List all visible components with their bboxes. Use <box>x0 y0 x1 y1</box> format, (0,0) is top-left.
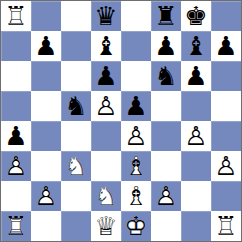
square-c4[interactable] <box>61 121 91 151</box>
white-piece-outline: ♙ <box>151 181 181 211</box>
square-d6[interactable]: ♟ <box>91 61 121 91</box>
square-e5[interactable]: ♟ <box>121 91 151 121</box>
square-a2[interactable] <box>1 181 31 211</box>
piece-bQ-d8[interactable]: ♛ <box>91 1 121 31</box>
piece-wN-d2[interactable]: ♞♘ <box>91 181 121 211</box>
piece-wP-a3[interactable]: ♟♙ <box>1 151 31 181</box>
square-d4[interactable] <box>91 121 121 151</box>
piece-wQ-d1[interactable]: ♛♕ <box>91 211 121 241</box>
square-a1[interactable]: ♜♖ <box>1 211 31 241</box>
piece-bN-f6[interactable]: ♞ <box>151 61 181 91</box>
piece-bP-f7[interactable]: ♟ <box>151 31 181 61</box>
square-b1[interactable] <box>31 211 61 241</box>
square-f6[interactable]: ♞ <box>151 61 181 91</box>
square-f5[interactable] <box>151 91 181 121</box>
square-e1[interactable]: ♚♔ <box>121 211 151 241</box>
square-c2[interactable] <box>61 181 91 211</box>
square-g3[interactable] <box>181 151 211 181</box>
square-b8[interactable] <box>31 1 61 31</box>
square-f7[interactable]: ♟ <box>151 31 181 61</box>
square-h1[interactable]: ♜♖ <box>211 211 241 241</box>
square-d1[interactable]: ♛♕ <box>91 211 121 241</box>
white-piece-outline: ♖ <box>1 1 31 31</box>
piece-bN-c5[interactable]: ♞ <box>61 91 91 121</box>
square-c1[interactable] <box>61 211 91 241</box>
piece-wP-f2[interactable]: ♟♙ <box>151 181 181 211</box>
square-e8[interactable] <box>121 1 151 31</box>
square-e6[interactable] <box>121 61 151 91</box>
square-g1[interactable] <box>181 211 211 241</box>
white-piece-outline: ♗ <box>121 181 151 211</box>
square-b5[interactable] <box>31 91 61 121</box>
square-e3[interactable]: ♝♗ <box>121 151 151 181</box>
square-d3[interactable] <box>91 151 121 181</box>
square-a4[interactable]: ♟ <box>1 121 31 151</box>
square-c6[interactable] <box>61 61 91 91</box>
piece-bP-d6[interactable]: ♟ <box>91 61 121 91</box>
square-a7[interactable] <box>1 31 31 61</box>
square-a5[interactable] <box>1 91 31 121</box>
square-f3[interactable] <box>151 151 181 181</box>
piece-wR-a1[interactable]: ♜♖ <box>1 211 31 241</box>
square-b4[interactable] <box>31 121 61 151</box>
square-g4[interactable]: ♟♙ <box>181 121 211 151</box>
square-d8[interactable]: ♛ <box>91 1 121 31</box>
chess-board: ♜♖♛♜♚♟♝♟♝♟♟♞♟♞♟♙♟♟♟♙♟♙♟♙♞♘♝♗♟♙♟♙♞♘♝♗♟♙♜♖… <box>0 0 242 242</box>
white-piece-outline: ♙ <box>181 121 211 151</box>
square-h5[interactable] <box>211 91 241 121</box>
square-c3[interactable]: ♞♘ <box>61 151 91 181</box>
piece-wP-e4[interactable]: ♟♙ <box>121 121 151 151</box>
square-a3[interactable]: ♟♙ <box>1 151 31 181</box>
piece-bB-g7[interactable]: ♝ <box>181 31 211 61</box>
white-piece-outline: ♗ <box>121 151 151 181</box>
white-piece-outline: ♘ <box>91 181 121 211</box>
square-g7[interactable]: ♝ <box>181 31 211 61</box>
piece-bK-g8[interactable]: ♚ <box>181 1 211 31</box>
white-piece-outline: ♙ <box>91 91 121 121</box>
square-g6[interactable]: ♟ <box>181 61 211 91</box>
piece-bB-d7[interactable]: ♝ <box>91 31 121 61</box>
piece-wP-h3[interactable]: ♟♙ <box>211 151 241 181</box>
square-c5[interactable]: ♞ <box>61 91 91 121</box>
square-g2[interactable] <box>181 181 211 211</box>
square-h8[interactable] <box>211 1 241 31</box>
white-piece-outline: ♙ <box>121 121 151 151</box>
piece-wP-g4[interactable]: ♟♙ <box>181 121 211 151</box>
piece-bR-f8[interactable]: ♜ <box>151 1 181 31</box>
square-b3[interactable] <box>31 151 61 181</box>
piece-wP-b2[interactable]: ♟♙ <box>31 181 61 211</box>
square-f2[interactable]: ♟♙ <box>151 181 181 211</box>
square-e2[interactable]: ♝♗ <box>121 181 151 211</box>
square-e4[interactable]: ♟♙ <box>121 121 151 151</box>
piece-bP-a4[interactable]: ♟ <box>1 121 31 151</box>
square-f1[interactable] <box>151 211 181 241</box>
square-f8[interactable]: ♜ <box>151 1 181 31</box>
white-piece-outline: ♙ <box>31 181 61 211</box>
square-h6[interactable] <box>211 61 241 91</box>
square-c8[interactable] <box>61 1 91 31</box>
square-g5[interactable] <box>181 91 211 121</box>
white-piece-outline: ♙ <box>211 151 241 181</box>
piece-wK-e1[interactable]: ♚♔ <box>121 211 151 241</box>
square-d5[interactable]: ♟♙ <box>91 91 121 121</box>
square-a6[interactable] <box>1 61 31 91</box>
square-c7[interactable] <box>61 31 91 61</box>
square-b7[interactable]: ♟ <box>31 31 61 61</box>
square-g8[interactable]: ♚ <box>181 1 211 31</box>
square-e7[interactable] <box>121 31 151 61</box>
square-d2[interactable]: ♞♘ <box>91 181 121 211</box>
piece-wP-d5[interactable]: ♟♙ <box>91 91 121 121</box>
piece-wB-e3[interactable]: ♝♗ <box>121 151 151 181</box>
white-piece-outline: ♖ <box>1 211 31 241</box>
square-b6[interactable] <box>31 61 61 91</box>
piece-wB-e2[interactable]: ♝♗ <box>121 181 151 211</box>
square-b2[interactable]: ♟♙ <box>31 181 61 211</box>
piece-wR-h1[interactable]: ♜♖ <box>211 211 241 241</box>
white-piece-outline: ♔ <box>121 211 151 241</box>
piece-wN-c3[interactable]: ♞♘ <box>61 151 91 181</box>
white-piece-outline: ♖ <box>211 211 241 241</box>
piece-bP-h7[interactable]: ♟ <box>211 31 241 61</box>
piece-bP-b7[interactable]: ♟ <box>31 31 61 61</box>
piece-wR-a8[interactable]: ♜♖ <box>1 1 31 31</box>
square-d7[interactable]: ♝ <box>91 31 121 61</box>
piece-bP-g6[interactable]: ♟ <box>181 61 211 91</box>
square-h2[interactable] <box>211 181 241 211</box>
square-f4[interactable] <box>151 121 181 151</box>
piece-bP-e5[interactable]: ♟ <box>121 91 151 121</box>
white-piece-outline: ♕ <box>91 211 121 241</box>
square-a8[interactable]: ♜♖ <box>1 1 31 31</box>
square-h7[interactable]: ♟ <box>211 31 241 61</box>
square-h3[interactable]: ♟♙ <box>211 151 241 181</box>
square-h4[interactable] <box>211 121 241 151</box>
white-piece-outline: ♘ <box>61 151 91 181</box>
white-piece-outline: ♙ <box>1 151 31 181</box>
